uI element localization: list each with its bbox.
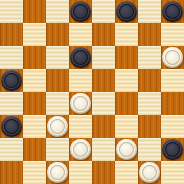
square-r1c7[interactable] bbox=[161, 23, 184, 46]
black-checker-inner-ring bbox=[73, 4, 88, 19]
white-checker-inner-ring bbox=[50, 165, 65, 180]
square-r6c1[interactable] bbox=[23, 138, 46, 161]
white-checker-inner-ring bbox=[142, 165, 157, 180]
black-checker[interactable] bbox=[1, 116, 22, 137]
square-r4c4[interactable] bbox=[92, 92, 115, 115]
square-r5c5[interactable] bbox=[115, 115, 138, 138]
square-r3c3[interactable] bbox=[69, 69, 92, 92]
square-r6c5[interactable] bbox=[115, 138, 138, 161]
square-r0c6[interactable] bbox=[138, 0, 161, 23]
square-r7c5[interactable] bbox=[115, 161, 138, 184]
black-checker[interactable] bbox=[70, 47, 91, 68]
white-checker-inner-ring bbox=[50, 119, 65, 134]
black-checker[interactable] bbox=[70, 1, 91, 22]
square-r7c4[interactable] bbox=[92, 161, 115, 184]
square-r6c2[interactable] bbox=[46, 138, 69, 161]
square-r3c1[interactable] bbox=[23, 69, 46, 92]
square-r4c1[interactable] bbox=[23, 92, 46, 115]
square-r2c1[interactable] bbox=[23, 46, 46, 69]
black-checker-inner-ring bbox=[165, 142, 180, 157]
square-r1c3[interactable] bbox=[69, 23, 92, 46]
square-r5c1[interactable] bbox=[23, 115, 46, 138]
square-r2c0[interactable] bbox=[0, 46, 23, 69]
square-r4c5[interactable] bbox=[115, 92, 138, 115]
white-checker[interactable] bbox=[70, 139, 91, 160]
square-r4c2[interactable] bbox=[46, 92, 69, 115]
square-r4c0[interactable] bbox=[0, 92, 23, 115]
square-r5c3[interactable] bbox=[69, 115, 92, 138]
square-r2c6[interactable] bbox=[138, 46, 161, 69]
square-r5c2[interactable] bbox=[46, 115, 69, 138]
white-checker-inner-ring bbox=[73, 142, 88, 157]
square-r6c0[interactable] bbox=[0, 138, 23, 161]
square-r7c2[interactable] bbox=[46, 161, 69, 184]
white-checker[interactable] bbox=[47, 162, 68, 183]
square-r3c4[interactable] bbox=[92, 69, 115, 92]
white-checker[interactable] bbox=[116, 139, 137, 160]
square-r0c3[interactable] bbox=[69, 0, 92, 23]
white-checker[interactable] bbox=[47, 116, 68, 137]
square-r7c3[interactable] bbox=[69, 161, 92, 184]
square-r0c2[interactable] bbox=[46, 0, 69, 23]
black-checker[interactable] bbox=[162, 1, 183, 22]
square-r1c1[interactable] bbox=[23, 23, 46, 46]
white-checker[interactable] bbox=[70, 93, 91, 114]
square-r2c3[interactable] bbox=[69, 46, 92, 69]
square-r6c7[interactable] bbox=[161, 138, 184, 161]
square-r2c2[interactable] bbox=[46, 46, 69, 69]
square-r1c2[interactable] bbox=[46, 23, 69, 46]
black-checker-inner-ring bbox=[4, 73, 19, 88]
square-r3c6[interactable] bbox=[138, 69, 161, 92]
square-r2c7[interactable] bbox=[161, 46, 184, 69]
square-r2c4[interactable] bbox=[92, 46, 115, 69]
square-r5c0[interactable] bbox=[0, 115, 23, 138]
square-r2c5[interactable] bbox=[115, 46, 138, 69]
square-r7c7[interactable] bbox=[161, 161, 184, 184]
square-r0c7[interactable] bbox=[161, 0, 184, 23]
square-r3c7[interactable] bbox=[161, 69, 184, 92]
square-r1c6[interactable] bbox=[138, 23, 161, 46]
square-r0c5[interactable] bbox=[115, 0, 138, 23]
square-r4c6[interactable] bbox=[138, 92, 161, 115]
square-r1c5[interactable] bbox=[115, 23, 138, 46]
square-r7c6[interactable] bbox=[138, 161, 161, 184]
square-r7c1[interactable] bbox=[23, 161, 46, 184]
white-checker-inner-ring bbox=[119, 142, 134, 157]
white-checker-inner-ring bbox=[73, 96, 88, 111]
white-checker-inner-ring bbox=[165, 50, 180, 65]
white-checker[interactable] bbox=[162, 47, 183, 68]
board bbox=[0, 0, 184, 184]
square-r1c4[interactable] bbox=[92, 23, 115, 46]
black-checker-inner-ring bbox=[119, 4, 134, 19]
black-checker-inner-ring bbox=[73, 50, 88, 65]
square-r5c6[interactable] bbox=[138, 115, 161, 138]
black-checker[interactable] bbox=[1, 70, 22, 91]
square-r1c0[interactable] bbox=[0, 23, 23, 46]
black-checker[interactable] bbox=[162, 139, 183, 160]
square-r3c0[interactable] bbox=[0, 69, 23, 92]
black-checker-inner-ring bbox=[165, 4, 180, 19]
square-r7c0[interactable] bbox=[0, 161, 23, 184]
square-r5c7[interactable] bbox=[161, 115, 184, 138]
white-checker[interactable] bbox=[139, 162, 160, 183]
square-r6c6[interactable] bbox=[138, 138, 161, 161]
square-r0c1[interactable] bbox=[23, 0, 46, 23]
black-checker-inner-ring bbox=[4, 119, 19, 134]
square-r3c5[interactable] bbox=[115, 69, 138, 92]
square-r6c3[interactable] bbox=[69, 138, 92, 161]
square-r6c4[interactable] bbox=[92, 138, 115, 161]
square-r3c2[interactable] bbox=[46, 69, 69, 92]
square-r0c4[interactable] bbox=[92, 0, 115, 23]
square-r4c7[interactable] bbox=[161, 92, 184, 115]
square-r5c4[interactable] bbox=[92, 115, 115, 138]
black-checker[interactable] bbox=[116, 1, 137, 22]
square-r4c3[interactable] bbox=[69, 92, 92, 115]
square-r0c0[interactable] bbox=[0, 0, 23, 23]
